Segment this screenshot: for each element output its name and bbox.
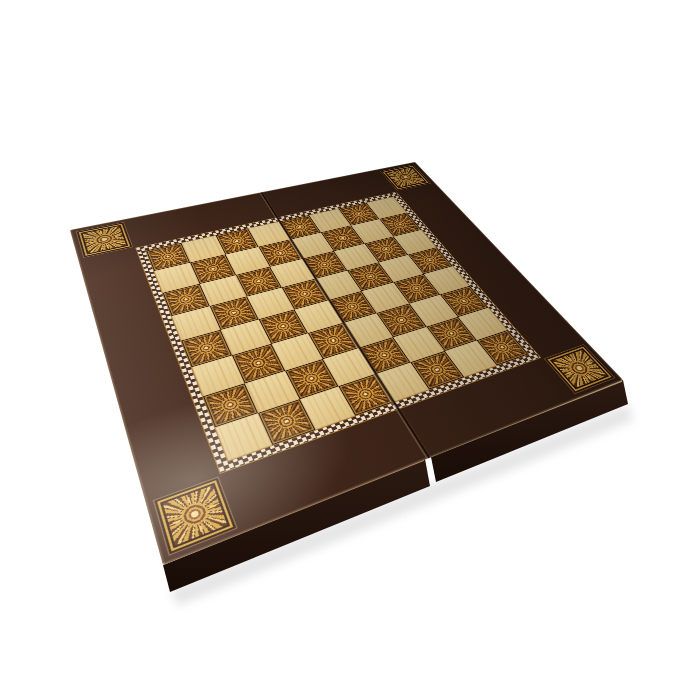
product-photo-stage [0, 0, 700, 700]
corner-medallion-far-left [77, 223, 132, 258]
board-grid [145, 196, 529, 461]
dice-trim-border [135, 192, 541, 474]
